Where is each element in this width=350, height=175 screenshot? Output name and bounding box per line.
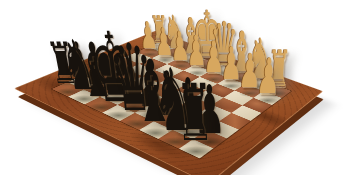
board-squares-grid (52, 42, 291, 158)
product-photo-stage: ♜♟♞♟♝♟♚♟♛♟♝♟♟♞♜♟♟♜♞♟♟♝♟♚♟♟♛♟♝♟♞♜ (0, 0, 350, 175)
chess-board (14, 31, 323, 175)
